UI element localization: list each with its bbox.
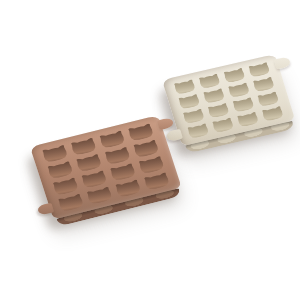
mold-cavity — [40, 144, 69, 164]
mold-cavity — [51, 176, 80, 196]
mold-cavity — [186, 122, 211, 139]
mold-cavity — [206, 102, 231, 119]
sand-cavity-grid — [162, 54, 295, 147]
mold-cavity — [181, 108, 206, 125]
mold-cavity — [177, 93, 202, 110]
mold-cavity — [80, 169, 109, 189]
mold-cavity — [247, 61, 272, 78]
mold-cavity — [260, 105, 285, 122]
mold-cavity — [132, 139, 161, 159]
rose-cavity-grid — [30, 115, 182, 220]
mold-cavity — [251, 76, 276, 93]
mold-cavity — [108, 162, 137, 182]
mold-cavity — [69, 136, 98, 156]
mold-cavity — [103, 146, 132, 166]
rose-tray — [30, 115, 182, 220]
mold-cavity — [256, 90, 281, 107]
mold-cavity — [231, 96, 256, 113]
mold-cavity — [142, 171, 171, 191]
product-photo — [0, 0, 300, 300]
mold-cavity — [211, 117, 236, 134]
mold-cavity — [235, 111, 260, 128]
mold-cavity — [113, 178, 142, 198]
mold-cavity — [56, 193, 85, 213]
mold-cavity — [46, 160, 75, 180]
mold-cavity — [74, 153, 103, 173]
mold-cavity — [137, 155, 166, 175]
mold-cavity — [227, 82, 252, 99]
mold-cavity — [202, 87, 227, 104]
mold-cavity — [222, 67, 247, 84]
sand-tray-body — [162, 54, 295, 147]
mold-cavity — [197, 73, 222, 90]
mold-cavity — [172, 78, 197, 95]
mold-cavity — [85, 185, 114, 205]
mold-cavity — [98, 129, 127, 149]
rose-tray-body — [30, 115, 182, 220]
mold-cavity — [126, 122, 155, 142]
sand-tray — [162, 54, 295, 147]
